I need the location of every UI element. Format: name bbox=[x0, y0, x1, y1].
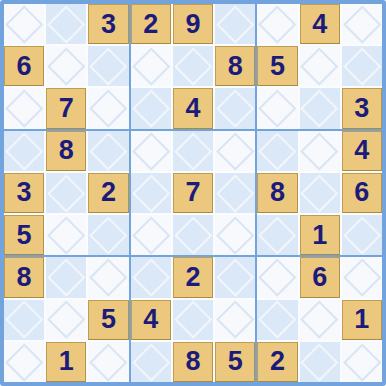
cell-r6c1: 5 bbox=[4, 215, 44, 255]
cell-r1c2[interactable] bbox=[46, 4, 86, 44]
cell-r9c9[interactable] bbox=[342, 342, 382, 382]
diamond-icon bbox=[5, 343, 43, 381]
diamond-icon bbox=[174, 301, 212, 339]
given-digit: 5 bbox=[228, 348, 243, 375]
given-digit: 3 bbox=[354, 95, 369, 122]
cell-r3c7[interactable] bbox=[257, 88, 297, 128]
given-digit: 4 bbox=[185, 95, 200, 122]
cell-r8c2[interactable] bbox=[46, 300, 86, 340]
cell-r1c1[interactable] bbox=[4, 4, 44, 44]
given-digit: 9 bbox=[185, 11, 200, 38]
cell-r7c1: 8 bbox=[4, 257, 44, 297]
diamond-icon bbox=[259, 132, 297, 170]
given-digit: 3 bbox=[101, 11, 116, 38]
diamond-icon bbox=[301, 174, 339, 212]
cell-r8c4: 4 bbox=[131, 300, 171, 340]
diamond-icon bbox=[174, 48, 212, 86]
cell-r7c3[interactable] bbox=[88, 257, 128, 297]
diamond-icon bbox=[259, 90, 297, 128]
cell-r3c5: 4 bbox=[173, 88, 213, 128]
given-digit: 4 bbox=[143, 306, 158, 333]
block-3-2: 2485 bbox=[131, 257, 256, 382]
given-digit: 6 bbox=[312, 264, 327, 291]
diamond-icon bbox=[216, 259, 254, 297]
diamond-icon bbox=[132, 259, 170, 297]
given-digit: 1 bbox=[59, 348, 74, 375]
diamond-icon bbox=[343, 259, 381, 297]
diamond-icon bbox=[90, 259, 128, 297]
diamond-icon bbox=[132, 174, 170, 212]
cell-r3c2: 7 bbox=[46, 88, 86, 128]
cell-r3c1[interactable] bbox=[4, 88, 44, 128]
cell-r6c6[interactable] bbox=[215, 215, 255, 255]
diamond-icon bbox=[132, 216, 170, 254]
cell-r5c2[interactable] bbox=[46, 173, 86, 213]
cell-r5c4[interactable] bbox=[131, 173, 171, 213]
diamond-icon bbox=[216, 5, 254, 43]
given-digit: 6 bbox=[17, 53, 32, 80]
cell-r3c3[interactable] bbox=[88, 88, 128, 128]
given-digit: 1 bbox=[312, 222, 327, 249]
given-digit: 2 bbox=[270, 348, 285, 375]
cell-r4c6[interactable] bbox=[215, 131, 255, 171]
cell-r7c4[interactable] bbox=[131, 257, 171, 297]
diamond-icon bbox=[259, 216, 297, 254]
diamond-icon bbox=[132, 90, 170, 128]
cell-r1c4: 2 bbox=[131, 4, 171, 44]
diamond-icon bbox=[132, 48, 170, 86]
given-digit: 4 bbox=[354, 137, 369, 164]
diamond-icon bbox=[90, 343, 128, 381]
diamond-icon bbox=[5, 5, 43, 43]
sudoku-board: 36729844538325748618512485612 bbox=[0, 0, 386, 386]
cell-r7c5: 2 bbox=[173, 257, 213, 297]
diamond-icon bbox=[90, 48, 128, 86]
block-1-2: 2984 bbox=[131, 4, 256, 129]
given-digit: 8 bbox=[270, 179, 285, 206]
cell-r6c2[interactable] bbox=[46, 215, 86, 255]
cell-r7c9[interactable] bbox=[342, 257, 382, 297]
cell-r4c1[interactable] bbox=[4, 131, 44, 171]
diamond-icon bbox=[301, 343, 339, 381]
cell-r7c7[interactable] bbox=[257, 257, 297, 297]
cell-r4c3[interactable] bbox=[88, 131, 128, 171]
diamond-icon bbox=[259, 259, 297, 297]
cell-r3c4[interactable] bbox=[131, 88, 171, 128]
cell-r9c2: 1 bbox=[46, 342, 86, 382]
cell-r6c7[interactable] bbox=[257, 215, 297, 255]
diamond-icon bbox=[216, 301, 254, 339]
block-2-2: 7 bbox=[131, 131, 256, 256]
diamond-icon bbox=[343, 216, 381, 254]
given-digit: 6 bbox=[354, 179, 369, 206]
cell-r7c8: 6 bbox=[300, 257, 340, 297]
cell-r9c5: 8 bbox=[173, 342, 213, 382]
given-digit: 4 bbox=[312, 11, 327, 38]
cell-r8c7[interactable] bbox=[257, 300, 297, 340]
diamond-icon bbox=[216, 90, 254, 128]
cell-r4c2: 8 bbox=[46, 131, 86, 171]
diamond-icon bbox=[48, 259, 86, 297]
diamond-icon bbox=[5, 132, 43, 170]
diamond-icon bbox=[174, 216, 212, 254]
given-digit: 2 bbox=[101, 179, 116, 206]
diamond-icon bbox=[174, 132, 212, 170]
cell-r5c8[interactable] bbox=[300, 173, 340, 213]
diamond-icon bbox=[90, 90, 128, 128]
cell-r1c5: 9 bbox=[173, 4, 213, 44]
cell-r2c6: 8 bbox=[215, 46, 255, 86]
given-digit: 5 bbox=[17, 222, 32, 249]
cell-r3c9: 3 bbox=[342, 88, 382, 128]
cell-r6c9[interactable] bbox=[342, 215, 382, 255]
given-digit: 8 bbox=[17, 264, 32, 291]
cell-r5c7: 8 bbox=[257, 173, 297, 213]
diamond-icon bbox=[343, 5, 381, 43]
cell-r5c1: 3 bbox=[4, 173, 44, 213]
cell-r6c8: 1 bbox=[300, 215, 340, 255]
diamond-icon bbox=[5, 301, 43, 339]
diamond-icon bbox=[48, 301, 86, 339]
block-2-3: 4861 bbox=[257, 131, 382, 256]
cell-r4c4[interactable] bbox=[131, 131, 171, 171]
given-digit: 2 bbox=[143, 11, 158, 38]
cell-r4c5[interactable] bbox=[173, 131, 213, 171]
cell-r6c3[interactable] bbox=[88, 215, 128, 255]
diamond-icon bbox=[90, 132, 128, 170]
cell-r8c3: 5 bbox=[88, 300, 128, 340]
diamond-icon bbox=[301, 132, 339, 170]
cell-r1c9[interactable] bbox=[342, 4, 382, 44]
diamond-icon bbox=[48, 48, 86, 86]
given-digit: 5 bbox=[101, 306, 116, 333]
cell-r1c8: 4 bbox=[300, 4, 340, 44]
cell-r9c1[interactable] bbox=[4, 342, 44, 382]
cell-r9c8[interactable] bbox=[300, 342, 340, 382]
diamond-icon bbox=[216, 174, 254, 212]
cell-r3c6[interactable] bbox=[215, 88, 255, 128]
cell-r2c1: 6 bbox=[4, 46, 44, 86]
given-digit: 8 bbox=[185, 348, 200, 375]
cell-r9c3[interactable] bbox=[88, 342, 128, 382]
diamond-icon bbox=[216, 216, 254, 254]
given-digit: 1 bbox=[354, 306, 369, 333]
cell-r1c6[interactable] bbox=[215, 4, 255, 44]
given-digit: 8 bbox=[59, 137, 74, 164]
given-digit: 8 bbox=[228, 53, 243, 80]
cell-r8c8[interactable] bbox=[300, 300, 340, 340]
cell-r2c9[interactable] bbox=[342, 46, 382, 86]
diamond-icon bbox=[132, 132, 170, 170]
cell-r6c5[interactable] bbox=[173, 215, 213, 255]
given-digit: 5 bbox=[270, 53, 285, 80]
cell-r8c9: 1 bbox=[342, 300, 382, 340]
given-digit: 7 bbox=[59, 95, 74, 122]
cell-r5c9: 6 bbox=[342, 173, 382, 213]
cell-r3c8[interactable] bbox=[300, 88, 340, 128]
diamond-icon bbox=[48, 216, 86, 254]
diamond-icon bbox=[301, 48, 339, 86]
cell-r9c6: 5 bbox=[215, 342, 255, 382]
cell-r8c1[interactable] bbox=[4, 300, 44, 340]
diamond-icon bbox=[301, 301, 339, 339]
diamond-icon bbox=[216, 132, 254, 170]
diamond-icon bbox=[48, 5, 86, 43]
cell-r2c4[interactable] bbox=[131, 46, 171, 86]
given-digit: 7 bbox=[185, 179, 200, 206]
cell-r5c3: 2 bbox=[88, 173, 128, 213]
given-digit: 2 bbox=[185, 264, 200, 291]
cell-r2c5[interactable] bbox=[173, 46, 213, 86]
cell-r7c6[interactable] bbox=[215, 257, 255, 297]
cell-r8c6[interactable] bbox=[215, 300, 255, 340]
diamond-icon bbox=[343, 343, 381, 381]
diamond-icon bbox=[301, 90, 339, 128]
cell-r2c2[interactable] bbox=[46, 46, 86, 86]
cell-r7c2[interactable] bbox=[46, 257, 86, 297]
block-1-3: 453 bbox=[257, 4, 382, 129]
block-3-1: 851 bbox=[4, 257, 129, 382]
cell-r5c6[interactable] bbox=[215, 173, 255, 213]
cell-r4c8[interactable] bbox=[300, 131, 340, 171]
diamond-icon bbox=[259, 5, 297, 43]
cell-r1c3: 3 bbox=[88, 4, 128, 44]
block-2-1: 8325 bbox=[4, 131, 129, 256]
cell-r2c3[interactable] bbox=[88, 46, 128, 86]
cell-r2c7: 5 bbox=[257, 46, 297, 86]
diamond-icon bbox=[48, 174, 86, 212]
diamond-icon bbox=[5, 90, 43, 128]
cell-r9c4[interactable] bbox=[131, 342, 171, 382]
block-1-1: 367 bbox=[4, 4, 129, 129]
diamond-icon bbox=[90, 216, 128, 254]
diamond-icon bbox=[259, 301, 297, 339]
block-3-3: 612 bbox=[257, 257, 382, 382]
cell-r4c9: 4 bbox=[342, 131, 382, 171]
cell-r6c4[interactable] bbox=[131, 215, 171, 255]
cell-r9c7: 2 bbox=[257, 342, 297, 382]
cell-r1c7[interactable] bbox=[257, 4, 297, 44]
given-digit: 3 bbox=[17, 179, 32, 206]
cell-r5c5: 7 bbox=[173, 173, 213, 213]
cell-r8c5[interactable] bbox=[173, 300, 213, 340]
diamond-icon bbox=[343, 48, 381, 86]
diamond-icon bbox=[132, 343, 170, 381]
cell-r2c8[interactable] bbox=[300, 46, 340, 86]
cell-r4c7[interactable] bbox=[257, 131, 297, 171]
